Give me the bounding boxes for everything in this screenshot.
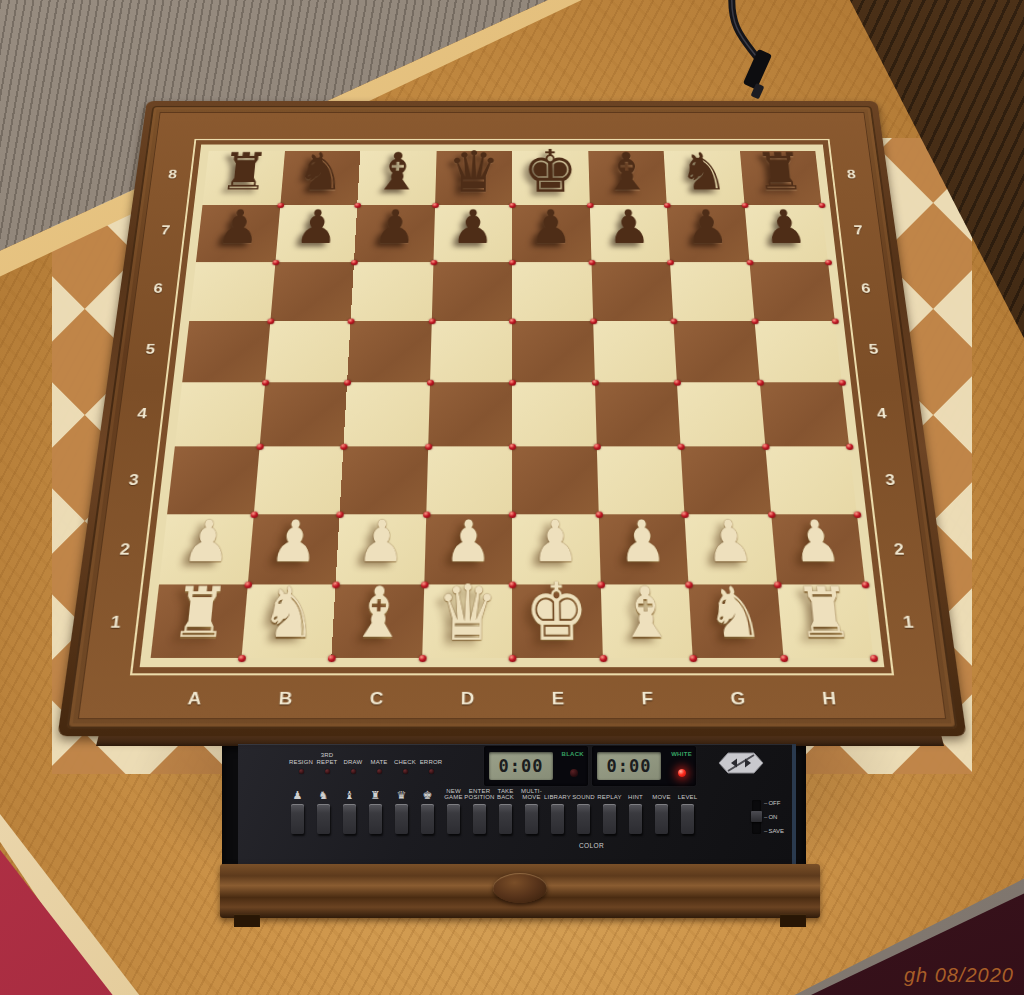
status-led [351,769,356,774]
piece-black-p[interactable]: ♟ [451,204,494,250]
rank-label-6: 6 [152,281,163,297]
status-resign: RESIGN [288,748,314,774]
square-e1[interactable]: ♚ [512,584,602,658]
square-d6[interactable] [431,262,512,321]
piece-white-r[interactable]: ♜ [792,578,855,648]
status-led-row: RESIGN3RDREPETDRAWMATECHECKERROR [288,748,444,774]
bishop-key-group: ♝ [342,789,357,834]
rook-key-group: ♜ [368,789,383,834]
replay-group: REPLAY [602,789,617,834]
piece-white-p[interactable]: ♟ [790,513,843,571]
black-clock-time: 0:00 [499,756,544,776]
queen-key-button[interactable] [395,804,408,834]
take-back-group: TAKEBACK [498,789,513,834]
hint-label: HINT [628,794,643,801]
multi--move-label: MULTI-MOVE [521,788,542,801]
piece-black-p[interactable]: ♟ [762,204,809,250]
status-draw: DRAW [340,748,366,774]
bishop-key-button[interactable] [343,804,356,834]
square-d3[interactable] [426,447,512,514]
status-led [325,769,330,774]
sound-group: SOUND [576,789,591,834]
white-clock-label: WHITE [671,751,692,757]
enter-position-button[interactable] [473,804,486,834]
square-b6[interactable] [270,262,354,321]
square-a4[interactable] [175,382,265,446]
replay-label: REPLAY [597,794,621,801]
square-c5[interactable] [347,321,431,383]
power-switch[interactable]: OFFONSAVE [752,800,784,834]
square-h8[interactable]: ♜ [739,151,821,205]
square-c7[interactable]: ♟ [354,205,435,262]
square-a6[interactable] [189,262,275,321]
status-label: ERROR [420,759,443,766]
square-f8[interactable]: ♝ [588,151,667,205]
board-inlay-border: ♜♞♝♛♚♝♞♜♟♟♟♟♟♟♟♟♟♟♟♟♟♟♟♟♜♞♝♛♚♝♞♜ [130,139,894,676]
status-mate: MATE [366,748,392,774]
rank-label-5: 5 [868,342,879,359]
sound-button[interactable] [577,804,590,834]
multi--move-button[interactable] [525,804,538,834]
enter-position-group: ENTERPOSITION [472,789,487,834]
piece-white-b[interactable]: ♝ [349,578,408,648]
piece-white-n[interactable]: ♞ [258,578,319,648]
library-label: LIBRARY [544,794,571,801]
level-label: LEVEL [678,794,698,801]
level-group: LEVEL [680,789,695,834]
brand-logo-icon [718,752,764,778]
white-clock-time: 0:00 [607,756,652,776]
pawn-key-button[interactable] [291,804,304,834]
file-label-f: F [641,689,653,710]
square-c4[interactable] [343,382,429,446]
king-key-button[interactable] [421,804,434,834]
piece-black-p[interactable]: ♟ [373,204,417,250]
square-a1[interactable]: ♜ [151,584,248,658]
square-f4[interactable] [594,382,680,446]
piece-black-p[interactable]: ♟ [684,204,730,250]
file-label-g: G [730,689,746,710]
piece-black-b[interactable]: ♝ [372,146,422,198]
piece-black-r[interactable]: ♜ [218,146,271,198]
black-clock-label: BLACK [562,751,585,757]
file-labels-bottom: ABCDEFGH [148,686,877,713]
square-b8[interactable]: ♞ [280,151,360,205]
hint-group: HINT [628,789,643,834]
status-led [299,769,304,774]
library-group: LIBRARY [550,789,565,834]
square-b4[interactable] [259,382,347,446]
take-back-label: TAKEBACK [497,788,514,801]
status-label: DRAW [344,759,363,766]
square-b1[interactable]: ♞ [241,584,336,658]
piece-white-p[interactable]: ♟ [181,513,234,571]
switch-label-off: OFF [764,800,784,806]
piece-black-q[interactable]: ♛ [447,144,501,201]
square-g1[interactable]: ♞ [688,584,783,658]
square-c6[interactable] [351,262,433,321]
file-label-a: A [187,689,203,710]
white-clock-screen: 0:00 [597,752,661,780]
piece-white-q[interactable]: ♛ [436,575,499,652]
piece-white-n[interactable]: ♞ [704,578,765,648]
square-c1[interactable]: ♝ [331,584,423,658]
square-a3[interactable] [167,447,259,514]
square-h5[interactable] [754,321,842,383]
knight-key-group: ♞ [316,789,331,834]
switch-label-on: ON [764,814,784,820]
take-back-button[interactable] [499,804,512,834]
status-label: 3RDREPET [316,752,337,766]
square-c3[interactable] [340,447,428,514]
file-label-d: D [461,689,475,710]
rank-label-4: 4 [136,405,148,422]
king-key-group: ♚ [420,789,435,834]
status-label: RESIGN [289,759,313,766]
piece-black-p[interactable]: ♟ [294,204,340,250]
square-e4[interactable] [512,382,596,446]
square-h3[interactable] [765,447,857,514]
rank-label-4: 4 [876,405,888,422]
square-e8[interactable]: ♚ [512,151,589,205]
square-d1[interactable]: ♛ [422,584,512,658]
power-switch-track[interactable] [752,800,761,834]
board-field: ♜♞♝♛♚♝♞♜♟♟♟♟♟♟♟♟♟♟♟♟♟♟♟♟♜♞♝♛♚♝♞♜ [140,145,885,668]
square-h6[interactable] [749,262,835,321]
status-led [377,769,382,774]
rank-label-1: 1 [902,613,915,633]
piece-black-k[interactable]: ♚ [523,143,579,202]
pawn-key-label: ♟ [292,790,302,802]
pawn-key-group: ♟ [290,789,305,834]
file-label-h: H [821,689,837,710]
piece-white-p[interactable]: ♟ [356,513,406,571]
black-clock-screen: 0:00 [489,752,553,780]
bishop-key-label: ♝ [344,790,354,802]
piece-black-p[interactable]: ♟ [215,204,262,250]
queen-key-label: ♛ [396,790,406,802]
square-h7[interactable]: ♟ [744,205,828,262]
status-error: ERROR [418,748,444,774]
white-turn-led [678,769,686,777]
file-label-b: B [278,689,293,710]
piece-white-b[interactable]: ♝ [616,578,675,648]
button-row: ♟♞♝♜♛♚NEWGAMEENTERPOSITIONTAKEBACKMULTI-… [290,789,695,834]
black-clock-display: 0:00 BLACK [484,746,588,786]
move-button[interactable] [655,804,668,834]
piece-white-p[interactable]: ♟ [704,513,755,571]
white-clock-display: 0:00 WHITE [592,746,696,786]
square-d5[interactable] [430,321,512,383]
power-switch-knob[interactable] [751,811,762,822]
library-button[interactable] [551,804,564,834]
rook-key-button[interactable] [369,804,382,834]
square-f1[interactable]: ♝ [600,584,692,658]
square-d8[interactable]: ♛ [435,151,512,205]
drawer-foot-left [234,914,260,927]
king-key-label: ♚ [422,790,432,802]
replay-button[interactable] [603,804,616,834]
status-led [403,769,408,774]
level-button[interactable] [681,804,694,834]
new-game-label: NEWGAME [444,788,462,801]
square-g5[interactable] [673,321,759,383]
move-group: MOVE [654,789,669,834]
color-label: COLOR [579,842,604,849]
square-d7[interactable]: ♟ [433,205,512,262]
piece-white-p[interactable]: ♟ [444,513,492,571]
square-h1[interactable]: ♜ [777,584,874,658]
square-g7[interactable]: ♟ [667,205,749,262]
knight-key-button[interactable] [317,804,330,834]
rank-label-3: 3 [128,471,140,489]
power-switch-labels: OFFONSAVE [764,800,784,834]
drawer-front [220,864,820,918]
piece-white-p[interactable]: ♟ [532,513,580,571]
multi--move-group: MULTI-MOVE [524,789,539,834]
square-g6[interactable] [670,262,754,321]
square-b5[interactable] [265,321,351,383]
rank-label-5: 5 [145,342,156,359]
control-panel: RESIGN3RDREPETDRAWMATECHECKERROR 0:00 BL… [238,744,796,864]
square-e3[interactable] [512,447,598,514]
drawer-foot-right [780,914,806,927]
piece-black-r[interactable]: ♜ [753,146,806,198]
square-h4[interactable] [759,382,849,446]
queen-key-group: ♛ [394,789,409,834]
square-g8[interactable]: ♞ [664,151,744,205]
photo-watermark: gh 08/2020 [904,964,1014,987]
rank-label-3: 3 [884,471,896,489]
new-game-group: NEWGAME [446,789,461,834]
rank-label-2: 2 [119,541,131,560]
rank-label-8: 8 [846,167,857,182]
status-led [429,769,434,774]
square-e5[interactable] [512,321,594,383]
square-d4[interactable] [428,382,512,446]
piece-black-p[interactable]: ♟ [607,204,651,250]
drawer-knob[interactable] [493,873,547,903]
status-label: CHECK [394,759,416,766]
rank-label-6: 6 [860,281,871,297]
enter-position-label: ENTERPOSITION [464,788,494,801]
piece-white-r[interactable]: ♜ [168,578,231,648]
rank-label-7: 7 [160,223,171,238]
piece-black-b[interactable]: ♝ [602,146,652,198]
piece-white-p[interactable]: ♟ [618,513,668,571]
status-3rd-repet: 3RDREPET [314,748,340,774]
piece-black-p[interactable]: ♟ [530,204,573,250]
file-label-c: C [369,689,384,710]
square-a7[interactable]: ♟ [196,205,280,262]
file-label-e: E [552,689,565,710]
switch-label-save: SAVE [764,828,784,834]
square-f6[interactable] [591,262,673,321]
move-label: MOVE [652,794,670,801]
rank-label-8: 8 [167,167,178,182]
rank-label-7: 7 [853,223,864,238]
rook-key-label: ♜ [370,790,380,802]
square-f3[interactable] [596,447,684,514]
new-game-button[interactable] [447,804,460,834]
piece-black-n[interactable]: ♞ [295,146,347,198]
squares-grid: ♜♞♝♛♚♝♞♜♟♟♟♟♟♟♟♟♟♟♟♟♟♟♟♟♜♞♝♛♚♝♞♜ [151,151,874,658]
square-e6[interactable] [512,262,593,321]
piece-white-p[interactable]: ♟ [269,513,320,571]
rank-label-2: 2 [893,541,905,560]
square-b3[interactable] [253,447,343,514]
status-check: CHECK [392,748,418,774]
piece-black-n[interactable]: ♞ [677,146,729,198]
status-label: MATE [370,759,387,766]
square-f7[interactable]: ♟ [589,205,670,262]
rank-label-1: 1 [109,613,122,633]
square-g4[interactable] [677,382,765,446]
square-b7[interactable]: ♟ [275,205,357,262]
square-g3[interactable] [681,447,771,514]
square-a8[interactable]: ♜ [202,151,284,205]
knight-key-label: ♞ [318,790,328,802]
square-c8[interactable]: ♝ [357,151,436,205]
scene: RESIGN3RDREPETDRAWMATECHECKERROR 0:00 BL… [0,0,1024,995]
black-turn-led [570,769,578,777]
sound-label: SOUND [572,794,595,801]
chess-computer-board: 87654321 87654321 ABCDEFGH ♜♞♝♛♚♝♞♜♟♟♟♟♟… [57,101,966,736]
piece-white-k[interactable]: ♚ [524,573,589,653]
hint-button[interactable] [629,804,642,834]
square-f5[interactable] [593,321,677,383]
square-e7[interactable]: ♟ [512,205,591,262]
square-a5[interactable] [182,321,270,383]
